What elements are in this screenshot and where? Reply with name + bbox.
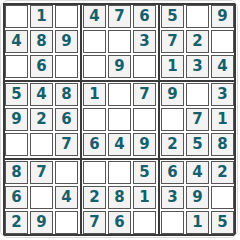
cell-r4c5[interactable] [108, 83, 131, 106]
cell-r8c1[interactable]: 6 [5, 186, 28, 209]
cell-r7c6[interactable]: 5 [133, 161, 156, 184]
cell-r9c6[interactable] [133, 211, 156, 234]
cell-r6c3[interactable]: 7 [55, 133, 78, 156]
cell-r3c3[interactable] [55, 55, 78, 78]
cell-r7c7[interactable]: 6 [161, 161, 184, 184]
box-separator-vertical-1 [80, 5, 82, 234]
cell-r7c3[interactable] [55, 161, 78, 184]
cell-r8c2[interactable] [30, 186, 53, 209]
cell-r9c5[interactable]: 6 [108, 211, 131, 234]
cell-r5c9[interactable]: 1 [211, 108, 234, 131]
sudoku-board: 1476594893726913454817939267176492588756… [3, 3, 236, 236]
cell-r1c5[interactable]: 7 [108, 5, 131, 28]
cell-r2c1[interactable]: 4 [5, 30, 28, 53]
sudoku-app: 1476594893726913454817939267176492588756… [0, 0, 238, 238]
cell-r2c6[interactable]: 3 [133, 30, 156, 53]
cell-r9c7[interactable] [161, 211, 184, 234]
cell-r1c6[interactable]: 6 [133, 5, 156, 28]
cell-r1c4[interactable]: 4 [83, 5, 106, 28]
cell-r8c5[interactable]: 8 [108, 186, 131, 209]
cell-r2c5[interactable] [108, 30, 131, 53]
cell-r1c8[interactable] [186, 5, 209, 28]
cell-r3c4[interactable] [83, 55, 106, 78]
cell-r4c1[interactable]: 5 [5, 83, 28, 106]
cell-r1c1[interactable] [5, 5, 28, 28]
cell-r4c8[interactable] [186, 83, 209, 106]
cell-r3c2[interactable]: 6 [30, 55, 53, 78]
box-separator-horizontal-1 [5, 80, 234, 82]
cell-r8c4[interactable]: 2 [83, 186, 106, 209]
cell-r3c5[interactable]: 9 [108, 55, 131, 78]
cell-r7c5[interactable] [108, 161, 131, 184]
cell-r9c3[interactable] [55, 211, 78, 234]
cell-r5c7[interactable] [161, 108, 184, 131]
cell-r3c6[interactable] [133, 55, 156, 78]
cell-r6c2[interactable] [30, 133, 53, 156]
cell-r6c5[interactable]: 4 [108, 133, 131, 156]
box-separator-horizontal-2 [5, 158, 234, 160]
cell-r2c8[interactable]: 2 [186, 30, 209, 53]
cell-r4c7[interactable]: 9 [161, 83, 184, 106]
cell-r1c9[interactable]: 9 [211, 5, 234, 28]
cell-r6c1[interactable] [5, 133, 28, 156]
cell-r6c8[interactable]: 5 [186, 133, 209, 156]
cell-r6c9[interactable]: 8 [211, 133, 234, 156]
cell-r8c3[interactable]: 4 [55, 186, 78, 209]
cell-r5c3[interactable]: 6 [55, 108, 78, 131]
cell-r7c2[interactable]: 7 [30, 161, 53, 184]
cell-r8c8[interactable]: 9 [186, 186, 209, 209]
cell-r2c7[interactable]: 7 [161, 30, 184, 53]
cell-r4c2[interactable]: 4 [30, 83, 53, 106]
cell-r5c1[interactable]: 9 [5, 108, 28, 131]
cell-r8c6[interactable]: 1 [133, 186, 156, 209]
cell-r1c7[interactable]: 5 [161, 5, 184, 28]
cell-r4c4[interactable]: 1 [83, 83, 106, 106]
cell-r9c8[interactable]: 1 [186, 211, 209, 234]
cell-r9c9[interactable]: 5 [211, 211, 234, 234]
cell-r2c2[interactable]: 8 [30, 30, 53, 53]
cell-r6c4[interactable]: 6 [83, 133, 106, 156]
cell-r7c9[interactable]: 2 [211, 161, 234, 184]
cell-r5c2[interactable]: 2 [30, 108, 53, 131]
cell-r7c1[interactable]: 8 [5, 161, 28, 184]
cell-r9c4[interactable]: 7 [83, 211, 106, 234]
cell-r5c5[interactable] [108, 108, 131, 131]
cell-r1c3[interactable] [55, 5, 78, 28]
cell-r7c8[interactable]: 4 [186, 161, 209, 184]
cell-r3c9[interactable]: 4 [211, 55, 234, 78]
cell-r2c9[interactable] [211, 30, 234, 53]
cell-r5c6[interactable] [133, 108, 156, 131]
cell-r9c2[interactable]: 9 [30, 211, 53, 234]
cell-r1c2[interactable]: 1 [30, 5, 53, 28]
cell-r4c9[interactable]: 3 [211, 83, 234, 106]
cell-r6c6[interactable]: 9 [133, 133, 156, 156]
cell-r5c8[interactable]: 7 [186, 108, 209, 131]
cell-r2c3[interactable]: 9 [55, 30, 78, 53]
cell-r4c6[interactable]: 7 [133, 83, 156, 106]
cell-r4c3[interactable]: 8 [55, 83, 78, 106]
cell-r8c7[interactable]: 3 [161, 186, 184, 209]
cell-r5c4[interactable] [83, 108, 106, 131]
cell-r2c4[interactable] [83, 30, 106, 53]
cell-r8c9[interactable] [211, 186, 234, 209]
cell-r6c7[interactable]: 2 [161, 133, 184, 156]
cell-r7c4[interactable] [83, 161, 106, 184]
cell-r9c1[interactable]: 2 [5, 211, 28, 234]
box-separator-vertical-2 [158, 5, 160, 234]
cell-r3c8[interactable]: 3 [186, 55, 209, 78]
cell-r3c1[interactable] [5, 55, 28, 78]
cell-r3c7[interactable]: 1 [161, 55, 184, 78]
